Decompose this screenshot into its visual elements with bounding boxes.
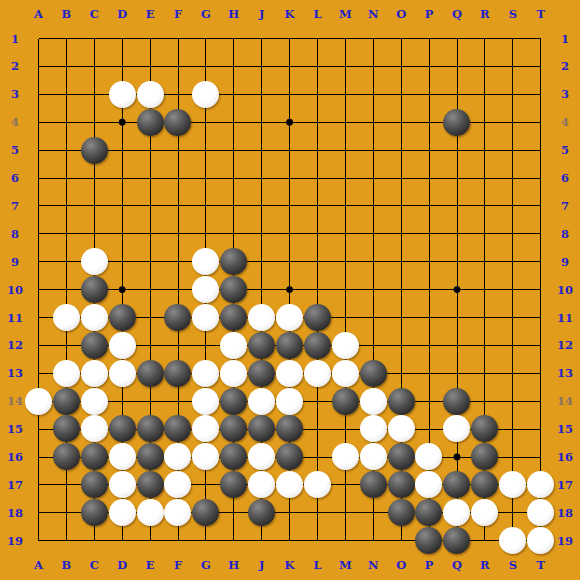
row-label-left-19: 19 [7, 534, 23, 548]
stone-black-P19 [415, 527, 442, 554]
row-label-left-6: 6 [11, 171, 19, 185]
stone-white-R18 [471, 499, 498, 526]
row-label-right-5: 5 [561, 143, 569, 157]
stone-white-G9 [192, 248, 219, 275]
stone-white-C9 [81, 248, 108, 275]
stone-black-O16 [388, 443, 415, 470]
stone-white-C15 [81, 415, 108, 442]
column-label-bottom-E: E [146, 558, 155, 572]
stone-black-K15 [276, 415, 303, 442]
stone-black-J18 [248, 499, 275, 526]
column-label-bottom-R: R [480, 558, 490, 572]
row-label-right-3: 3 [561, 87, 569, 101]
stone-black-H14 [220, 388, 247, 415]
column-label-bottom-Q: Q [452, 558, 462, 572]
stone-white-N15 [360, 415, 387, 442]
stone-black-D11 [109, 304, 136, 331]
stone-black-E16 [137, 443, 164, 470]
column-label-bottom-M: M [339, 558, 352, 572]
stone-black-H15 [220, 415, 247, 442]
column-label-bottom-D: D [117, 558, 127, 572]
stone-white-J17 [248, 471, 275, 498]
row-label-right-13: 13 [557, 366, 573, 380]
stone-white-H12 [220, 332, 247, 359]
stone-black-O14 [388, 388, 415, 415]
stone-white-P16 [415, 443, 442, 470]
stone-white-B13 [53, 360, 80, 387]
stone-black-H11 [220, 304, 247, 331]
column-label-bottom-G: G [201, 558, 211, 572]
stone-black-E4 [137, 109, 164, 136]
stone-white-K13 [276, 360, 303, 387]
row-label-left-13: 13 [7, 366, 23, 380]
row-label-left-2: 2 [11, 59, 19, 73]
row-label-right-6: 6 [561, 171, 569, 185]
stone-white-F17 [164, 471, 191, 498]
stone-white-D3 [109, 81, 136, 108]
row-label-left-12: 12 [7, 338, 23, 352]
stone-white-T19 [527, 527, 554, 554]
row-label-right-16: 16 [557, 450, 573, 464]
column-label-top-C: C [90, 7, 99, 21]
stone-black-E17 [137, 471, 164, 498]
stone-black-H16 [220, 443, 247, 470]
stone-white-G11 [192, 304, 219, 331]
stone-white-G10 [192, 276, 219, 303]
row-label-right-7: 7 [561, 199, 569, 213]
stone-white-A14 [25, 388, 52, 415]
column-label-top-B: B [62, 7, 72, 21]
stone-black-C5 [81, 137, 108, 164]
stone-white-J11 [248, 304, 275, 331]
stone-white-C11 [81, 304, 108, 331]
column-label-bottom-P: P [425, 558, 434, 572]
stone-white-G13 [192, 360, 219, 387]
stone-white-C13 [81, 360, 108, 387]
stone-black-Q14 [443, 388, 470, 415]
column-label-top-P: P [425, 7, 434, 21]
column-label-top-H: H [228, 7, 239, 21]
stone-black-Q17 [443, 471, 470, 498]
row-label-left-7: 7 [11, 199, 19, 213]
row-label-right-4: 4 [561, 115, 569, 129]
stone-white-M13 [332, 360, 359, 387]
stone-black-G18 [192, 499, 219, 526]
column-label-bottom-B: B [62, 558, 72, 572]
column-label-bottom-L: L [313, 558, 321, 572]
stone-black-H9 [220, 248, 247, 275]
row-label-right-10: 10 [557, 283, 573, 297]
row-label-left-17: 17 [7, 478, 23, 492]
stone-black-F4 [164, 109, 191, 136]
row-label-left-10: 10 [7, 283, 23, 297]
stone-black-Q19 [443, 527, 470, 554]
stone-white-C14 [81, 388, 108, 415]
stone-black-H10 [220, 276, 247, 303]
row-label-left-4: 4 [11, 115, 19, 129]
stone-white-D13 [109, 360, 136, 387]
stone-white-O15 [388, 415, 415, 442]
column-label-bottom-H: H [228, 558, 239, 572]
row-label-right-14: 14 [557, 394, 573, 408]
stone-white-F18 [164, 499, 191, 526]
stone-black-L11 [304, 304, 331, 331]
row-label-right-9: 9 [561, 255, 569, 269]
column-label-bottom-C: C [90, 558, 99, 572]
stone-white-L13 [304, 360, 331, 387]
column-label-bottom-O: O [396, 558, 406, 572]
row-label-right-17: 17 [557, 478, 573, 492]
stone-white-J14 [248, 388, 275, 415]
stone-black-F11 [164, 304, 191, 331]
stone-white-T18 [527, 499, 554, 526]
stone-black-K16 [276, 443, 303, 470]
stone-black-C10 [81, 276, 108, 303]
stone-white-S17 [499, 471, 526, 498]
stone-white-G16 [192, 443, 219, 470]
column-label-bottom-J: J [259, 558, 264, 572]
row-label-right-8: 8 [561, 227, 569, 241]
stone-black-P18 [415, 499, 442, 526]
row-label-left-14: 14 [7, 394, 23, 408]
row-label-right-15: 15 [557, 422, 573, 436]
row-label-left-9: 9 [11, 255, 19, 269]
stone-black-N13 [360, 360, 387, 387]
go-board: AABBCCDDEEFFGGHHJJKKLLMMNNOOPPQQRRSSTT11… [0, 0, 580, 580]
stone-black-B16 [53, 443, 80, 470]
stone-white-D12 [109, 332, 136, 359]
stone-white-S19 [499, 527, 526, 554]
stone-white-L17 [304, 471, 331, 498]
stone-white-Q18 [443, 499, 470, 526]
column-label-top-S: S [509, 7, 517, 21]
column-label-top-A: A [34, 7, 43, 21]
column-label-top-J: J [259, 7, 264, 21]
stone-black-J15 [248, 415, 275, 442]
stone-black-K12 [276, 332, 303, 359]
column-label-top-L: L [313, 7, 321, 21]
row-label-left-5: 5 [11, 143, 19, 157]
column-label-top-E: E [146, 7, 155, 21]
row-label-left-8: 8 [11, 227, 19, 241]
row-label-right-19: 19 [557, 534, 573, 548]
stone-white-B11 [53, 304, 80, 331]
column-label-bottom-S: S [509, 558, 517, 572]
stone-black-B15 [53, 415, 80, 442]
row-label-left-1: 1 [11, 32, 19, 46]
stone-black-C12 [81, 332, 108, 359]
stone-white-G3 [192, 81, 219, 108]
column-label-top-O: O [396, 7, 406, 21]
column-label-top-Q: Q [452, 7, 462, 21]
row-label-right-11: 11 [557, 311, 573, 325]
stone-white-Q15 [443, 415, 470, 442]
column-label-top-N: N [368, 7, 379, 21]
stone-black-F15 [164, 415, 191, 442]
row-label-left-18: 18 [7, 506, 23, 520]
column-label-top-F: F [174, 7, 182, 21]
stone-black-L12 [304, 332, 331, 359]
stone-black-R16 [471, 443, 498, 470]
row-label-left-16: 16 [7, 450, 23, 464]
stone-white-T17 [527, 471, 554, 498]
stone-black-N17 [360, 471, 387, 498]
column-label-top-K: K [285, 7, 295, 21]
stone-white-N16 [360, 443, 387, 470]
stone-black-Q4 [443, 109, 470, 136]
row-label-right-12: 12 [557, 338, 573, 352]
row-label-right-2: 2 [561, 59, 569, 73]
stone-black-C17 [81, 471, 108, 498]
row-label-right-18: 18 [557, 506, 573, 520]
stone-white-K17 [276, 471, 303, 498]
stone-white-F16 [164, 443, 191, 470]
stone-black-J13 [248, 360, 275, 387]
stone-white-K11 [276, 304, 303, 331]
stone-black-C16 [81, 443, 108, 470]
row-label-left-3: 3 [11, 87, 19, 101]
column-label-top-D: D [117, 7, 127, 21]
column-label-top-T: T [536, 7, 545, 21]
stone-white-E18 [137, 499, 164, 526]
stone-white-P17 [415, 471, 442, 498]
stone-white-K14 [276, 388, 303, 415]
stone-white-M16 [332, 443, 359, 470]
stones-grid[interactable] [25, 25, 555, 555]
stone-black-B14 [53, 388, 80, 415]
column-label-top-M: M [339, 7, 352, 21]
column-label-bottom-K: K [285, 558, 295, 572]
stone-white-D16 [109, 443, 136, 470]
stone-black-M14 [332, 388, 359, 415]
stone-white-E3 [137, 81, 164, 108]
stone-black-J12 [248, 332, 275, 359]
stone-black-D15 [109, 415, 136, 442]
column-label-bottom-A: A [34, 558, 43, 572]
stone-black-C18 [81, 499, 108, 526]
stone-black-E15 [137, 415, 164, 442]
stone-white-M12 [332, 332, 359, 359]
row-label-left-11: 11 [7, 311, 23, 325]
column-label-bottom-N: N [368, 558, 379, 572]
stone-black-H17 [220, 471, 247, 498]
stone-white-H13 [220, 360, 247, 387]
row-label-right-1: 1 [561, 32, 569, 46]
column-label-top-G: G [201, 7, 211, 21]
stone-black-R15 [471, 415, 498, 442]
stone-white-D17 [109, 471, 136, 498]
stone-black-R17 [471, 471, 498, 498]
stone-white-G15 [192, 415, 219, 442]
stone-white-N14 [360, 388, 387, 415]
column-label-bottom-T: T [536, 558, 545, 572]
row-label-left-15: 15 [7, 422, 23, 436]
stone-black-F13 [164, 360, 191, 387]
stone-white-D18 [109, 499, 136, 526]
stone-white-G14 [192, 388, 219, 415]
stone-white-J16 [248, 443, 275, 470]
column-label-bottom-F: F [174, 558, 182, 572]
stone-black-O18 [388, 499, 415, 526]
stone-black-O17 [388, 471, 415, 498]
stone-black-E13 [137, 360, 164, 387]
column-label-top-R: R [480, 7, 490, 21]
